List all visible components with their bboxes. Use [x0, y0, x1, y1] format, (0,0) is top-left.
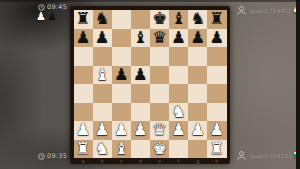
black-pawn[interactable]: ♟: [93, 29, 112, 48]
square-e4[interactable]: [150, 84, 169, 103]
square-f1[interactable]: [169, 140, 188, 159]
square-a7[interactable]: ♟: [74, 29, 93, 48]
black-pawn[interactable]: ♟: [188, 29, 207, 48]
square-f6[interactable]: [169, 47, 188, 66]
square-g3[interactable]: [188, 103, 207, 122]
white-rook[interactable]: ♜: [74, 140, 93, 159]
top-edge-shadow: [0, 0, 300, 2]
square-d5[interactable]: ♟: [131, 66, 150, 85]
square-d6[interactable]: [131, 47, 150, 66]
square-h3[interactable]: [207, 103, 226, 122]
black-bishop[interactable]: ♝: [131, 29, 150, 48]
top-player-name: guest (1441): [250, 7, 291, 14]
right-edge-shadow: [296, 0, 300, 169]
black-pawn[interactable]: ♟: [131, 66, 150, 85]
square-b8[interactable]: ♞: [93, 10, 112, 29]
black-knight[interactable]: ♞: [93, 10, 112, 29]
square-h5[interactable]: [207, 66, 226, 85]
square-g2[interactable]: ♟: [188, 121, 207, 140]
top-player-info: guest (1441): [236, 5, 300, 16]
black-rook[interactable]: ♜: [74, 10, 93, 29]
captured-pieces-tray: ♟♟: [36, 10, 57, 23]
file-label-h: h: [207, 158, 226, 164]
chess-board: ♜♞♚♝♞♜♟♟♝♛♟♟♟♝♟♟♞♟♟♟♟♛♟♟♟♜♞♝♚♜: [74, 10, 227, 158]
square-a8[interactable]: ♜: [74, 10, 93, 29]
square-g4[interactable]: [188, 84, 207, 103]
black-pawn[interactable]: ♟: [74, 29, 93, 48]
square-d7[interactable]: ♝: [131, 29, 150, 48]
white-queen[interactable]: ♛: [150, 121, 169, 140]
white-pawn[interactable]: ♟: [169, 121, 188, 140]
square-b3[interactable]: [93, 103, 112, 122]
square-h2[interactable]: ♟: [207, 121, 226, 140]
square-c8[interactable]: [112, 10, 131, 29]
square-c7[interactable]: [112, 29, 131, 48]
square-f3[interactable]: ♞: [169, 103, 188, 122]
square-b5[interactable]: ♝: [93, 66, 112, 85]
file-label-d: d: [131, 158, 150, 164]
white-bishop[interactable]: ♝: [112, 140, 131, 159]
white-pawn[interactable]: ♟: [207, 121, 226, 140]
clock-icon: [38, 153, 45, 160]
square-e7[interactable]: ♛: [150, 29, 169, 48]
captured-white-pawn: ♟: [36, 10, 46, 23]
white-pawn[interactable]: ♟: [93, 121, 112, 140]
black-bishop[interactable]: ♝: [169, 10, 188, 29]
black-pawn[interactable]: ♟: [169, 29, 188, 48]
square-h4[interactable]: [207, 84, 226, 103]
square-a5[interactable]: [74, 66, 93, 85]
black-knight[interactable]: ♞: [188, 10, 207, 29]
square-b4[interactable]: [93, 84, 112, 103]
square-c5[interactable]: ♟: [112, 66, 131, 85]
file-label-f: f: [169, 158, 188, 164]
square-e5[interactable]: [150, 66, 169, 85]
square-g8[interactable]: ♞: [188, 10, 207, 29]
square-f2[interactable]: ♟: [169, 121, 188, 140]
square-g5[interactable]: [188, 66, 207, 85]
white-king[interactable]: ♚: [150, 140, 169, 159]
black-pawn[interactable]: ♟: [112, 66, 131, 85]
white-knight[interactable]: ♞: [93, 140, 112, 159]
square-c3[interactable]: [112, 103, 131, 122]
black-king[interactable]: ♚: [150, 10, 169, 29]
bottom-clock-time: 09:35: [47, 152, 67, 160]
square-e8[interactable]: ♚: [150, 10, 169, 29]
square-h7[interactable]: ♟: [207, 29, 226, 48]
square-d1[interactable]: [131, 140, 150, 159]
black-queen[interactable]: ♛: [150, 29, 169, 48]
file-label-a: a: [74, 158, 93, 164]
square-e6[interactable]: [150, 47, 169, 66]
white-pawn[interactable]: ♟: [112, 121, 131, 140]
square-a4[interactable]: [74, 84, 93, 103]
avatar-icon: [236, 5, 247, 16]
square-a1[interactable]: ♜: [74, 140, 93, 159]
board-frame: ♜♞♚♝♞♜♟♟♝♛♟♟♟♝♟♟♞♟♟♟♟♛♟♟♟♜♞♝♚♜ abcdefgh: [70, 6, 230, 164]
square-e1[interactable]: ♚: [150, 140, 169, 159]
file-label-c: c: [112, 158, 131, 164]
square-g6[interactable]: [188, 47, 207, 66]
file-label-g: g: [188, 158, 207, 164]
square-d8[interactable]: [131, 10, 150, 29]
square-e2[interactable]: ♛: [150, 121, 169, 140]
file-label-b: b: [93, 158, 112, 164]
file-labels: abcdefgh: [74, 158, 227, 164]
square-c2[interactable]: ♟: [112, 121, 131, 140]
white-bishop[interactable]: ♝: [93, 66, 112, 85]
black-rook[interactable]: ♜: [207, 10, 226, 29]
square-a2[interactable]: ♟: [74, 121, 93, 140]
square-g7[interactable]: ♟: [188, 29, 207, 48]
square-c6[interactable]: [112, 47, 131, 66]
square-a3[interactable]: [74, 103, 93, 122]
square-d2[interactable]: ♟: [131, 121, 150, 140]
square-b1[interactable]: ♞: [93, 140, 112, 159]
avatar-icon: [236, 150, 247, 161]
square-d4[interactable]: [131, 84, 150, 103]
black-pawn[interactable]: ♟: [207, 29, 226, 48]
white-knight[interactable]: ♞: [169, 103, 188, 122]
white-pawn[interactable]: ♟: [74, 121, 93, 140]
bottom-player-info: guest (1412): [236, 150, 300, 161]
square-e3[interactable]: [150, 103, 169, 122]
square-f7[interactable]: ♟: [169, 29, 188, 48]
square-b7[interactable]: ♟: [93, 29, 112, 48]
square-a6[interactable]: [74, 47, 93, 66]
bottom-player-clock: 09:35: [38, 152, 67, 160]
file-label-e: e: [150, 158, 169, 164]
square-h6[interactable]: [207, 47, 226, 66]
square-h1[interactable]: ♜: [207, 140, 226, 159]
square-d3[interactable]: [131, 103, 150, 122]
white-rook[interactable]: ♜: [207, 140, 226, 159]
white-pawn[interactable]: ♟: [188, 121, 207, 140]
square-f5[interactable]: [169, 66, 188, 85]
square-c4[interactable]: [112, 84, 131, 103]
square-f8[interactable]: ♝: [169, 10, 188, 29]
captured-black-pawn: ♟: [47, 10, 57, 23]
square-b6[interactable]: [93, 47, 112, 66]
square-b2[interactable]: ♟: [93, 121, 112, 140]
square-f4[interactable]: [169, 84, 188, 103]
square-c1[interactable]: ♝: [112, 140, 131, 159]
square-h8[interactable]: ♜: [207, 10, 226, 29]
chess-tv-screen: ♜♞♚♝♞♜♟♟♝♛♟♟♟♝♟♟♞♟♟♟♟♛♟♟♟♜♞♝♚♜ abcdefgh …: [0, 0, 300, 169]
white-pawn[interactable]: ♟: [131, 121, 150, 140]
square-g1[interactable]: [188, 140, 207, 159]
bottom-player-name: guest (1412): [250, 152, 291, 159]
